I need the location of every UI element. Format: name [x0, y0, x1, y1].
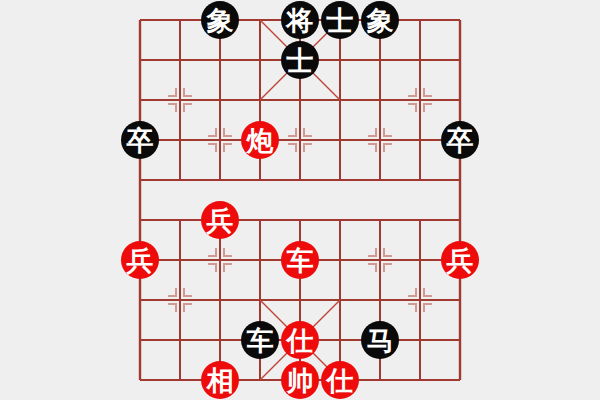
- black-elephant[interactable]: 象: [361, 1, 399, 39]
- red-advisor[interactable]: 仕: [321, 361, 359, 399]
- black-elephant[interactable]: 象: [201, 1, 239, 39]
- red-soldier[interactable]: 兵: [441, 241, 479, 279]
- black-soldier[interactable]: 卒: [121, 121, 159, 159]
- xiangqi-board[interactable]: 象将士象士卒炮卒兵兵车兵车仕马相帅仕: [0, 0, 600, 400]
- red-chariot[interactable]: 车: [281, 241, 319, 279]
- red-soldier[interactable]: 兵: [201, 201, 239, 239]
- red-advisor[interactable]: 仕: [281, 321, 319, 359]
- red-soldier[interactable]: 兵: [121, 241, 159, 279]
- black-general[interactable]: 将: [281, 1, 319, 39]
- red-elephant[interactable]: 相: [201, 361, 239, 399]
- black-advisor[interactable]: 士: [321, 1, 359, 39]
- red-general[interactable]: 帅: [281, 361, 319, 399]
- black-chariot[interactable]: 车: [241, 321, 279, 359]
- red-cannon[interactable]: 炮: [241, 121, 279, 159]
- pieces-layer: 象将士象士卒炮卒兵兵车兵车仕马相帅仕: [120, 0, 480, 400]
- black-soldier[interactable]: 卒: [441, 121, 479, 159]
- black-advisor[interactable]: 士: [281, 41, 319, 79]
- black-horse[interactable]: 马: [361, 321, 399, 359]
- app-background: 象将士象士卒炮卒兵兵车兵车仕马相帅仕: [0, 0, 600, 400]
